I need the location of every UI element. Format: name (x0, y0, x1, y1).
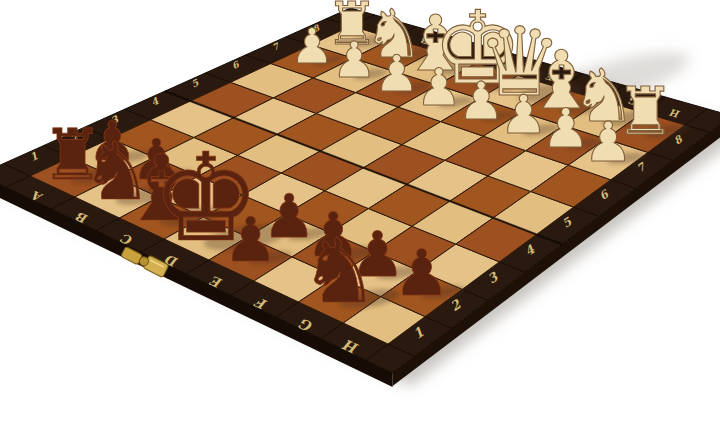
chess-board: AABBCCDDEEFFGGHH1122334455667788♜♞♟♝♟♚♟♛… (0, 0, 720, 422)
piece-a7-white-pawn[interactable]: ♟ (290, 18, 334, 74)
piece-c7-white-pawn[interactable]: ♟ (374, 44, 419, 103)
piece-g1-dark-knight[interactable]: ♞ (300, 219, 380, 323)
piece-e1-dark-pawn[interactable]: ♟ (223, 204, 278, 276)
chess-set-photo: AABBCCDDEEFFGGHH1122334455667788♜♞♟♝♟♚♟♛… (0, 0, 720, 422)
piece-f7-white-pawn[interactable]: ♟ (500, 84, 548, 146)
piece-e7-white-pawn[interactable]: ♟ (458, 71, 505, 131)
piece-h2-dark-pawn[interactable]: ♟ (393, 236, 450, 310)
piece-b7-white-pawn[interactable]: ♟ (332, 31, 376, 89)
piece-h7-white-pawn[interactable]: ♟ (584, 110, 633, 174)
piece-d7-white-pawn[interactable]: ♟ (416, 57, 462, 117)
